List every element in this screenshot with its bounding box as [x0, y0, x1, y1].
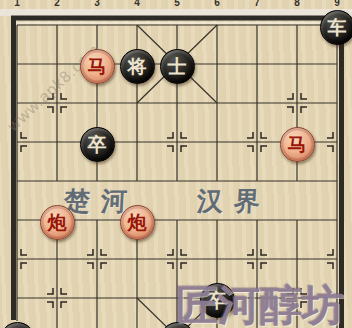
piece-black-partial-unknown[interactable]	[0, 322, 35, 328]
board-intersection[interactable]	[77, 162, 117, 201]
watermark-brand: 匠河醇坊	[176, 285, 344, 327]
piece-black-advisor[interactable]: 士	[160, 49, 195, 84]
board-intersection[interactable]	[197, 84, 237, 123]
piece-red-cannon[interactable]: 炮	[40, 205, 75, 240]
board-intersection[interactable]	[77, 201, 117, 240]
board-intersection[interactable]	[277, 162, 317, 201]
xiangqi-board: 123456789 楚河 汉界 www.apk8.com 车马将士卒马炮炮卒 匠…	[0, 0, 352, 328]
board-intersection[interactable]	[77, 6, 117, 45]
board-intersection[interactable]	[0, 6, 37, 45]
board-intersection[interactable]	[117, 240, 157, 279]
board-intersection[interactable]	[0, 240, 37, 279]
board-intersection[interactable]	[0, 201, 37, 240]
board-intersection[interactable]	[0, 84, 37, 123]
board-intersection[interactable]	[237, 84, 277, 123]
board-intersection[interactable]	[237, 123, 277, 162]
board-intersection[interactable]	[277, 45, 317, 84]
board-intersection[interactable]: 炮	[117, 201, 157, 240]
piece-red-horse[interactable]: 马	[280, 127, 315, 162]
board-intersection[interactable]	[197, 123, 237, 162]
board-intersection[interactable]	[117, 318, 157, 328]
board-intersection[interactable]	[0, 318, 37, 328]
board-intersection[interactable]	[317, 240, 352, 279]
board-intersection[interactable]	[77, 84, 117, 123]
board-intersection[interactable]	[317, 84, 352, 123]
board-intersection[interactable]	[277, 6, 317, 45]
board-intersection[interactable]	[197, 6, 237, 45]
board-intersection[interactable]	[117, 279, 157, 318]
board-intersection[interactable]	[197, 201, 237, 240]
board-intersection[interactable]	[197, 162, 237, 201]
board-intersection[interactable]	[237, 240, 277, 279]
piece-red-cannon[interactable]: 炮	[120, 205, 155, 240]
board-intersection[interactable]	[37, 123, 77, 162]
board-intersection[interactable]	[237, 45, 277, 84]
board-intersection[interactable]	[157, 240, 197, 279]
board-intersection[interactable]	[157, 84, 197, 123]
board-intersection[interactable]	[37, 162, 77, 201]
board-intersection[interactable]	[0, 279, 37, 318]
board-cells: 车马将士卒马炮炮卒	[0, 6, 352, 328]
board-intersection[interactable]	[237, 6, 277, 45]
piece-black-soldier[interactable]: 卒	[80, 127, 115, 162]
piece-black-general[interactable]: 将	[120, 49, 155, 84]
board-intersection[interactable]	[77, 318, 117, 328]
board-intersection[interactable]: 将	[117, 45, 157, 84]
board-intersection[interactable]	[37, 240, 77, 279]
board-intersection[interactable]: 卒	[77, 123, 117, 162]
board-intersection[interactable]: 马	[77, 45, 117, 84]
board-intersection[interactable]	[237, 162, 277, 201]
board-intersection[interactable]	[37, 45, 77, 84]
board-intersection[interactable]	[197, 45, 237, 84]
board-intersection[interactable]	[117, 123, 157, 162]
board-intersection[interactable]	[117, 84, 157, 123]
board-intersection[interactable]: 马	[277, 123, 317, 162]
board-intersection[interactable]	[157, 123, 197, 162]
board-intersection[interactable]	[157, 162, 197, 201]
board-intersection[interactable]	[157, 6, 197, 45]
board-intersection[interactable]: 炮	[37, 201, 77, 240]
board-intersection[interactable]	[277, 201, 317, 240]
board-intersection[interactable]	[117, 162, 157, 201]
board-intersection[interactable]: 车	[317, 6, 352, 45]
board-intersection[interactable]	[77, 279, 117, 318]
board-intersection[interactable]	[0, 162, 37, 201]
board-intersection[interactable]	[197, 240, 237, 279]
board-intersection[interactable]	[277, 84, 317, 123]
piece-black-chariot[interactable]: 车	[320, 10, 352, 45]
board-intersection[interactable]	[117, 6, 157, 45]
board-intersection[interactable]	[37, 84, 77, 123]
board-intersection[interactable]	[317, 45, 352, 84]
board-intersection[interactable]	[0, 45, 37, 84]
board-intersection[interactable]	[77, 240, 117, 279]
board-intersection[interactable]	[317, 201, 352, 240]
board-intersection[interactable]: 士	[157, 45, 197, 84]
board-intersection[interactable]	[37, 318, 77, 328]
board-intersection[interactable]	[277, 240, 317, 279]
board-intersection[interactable]	[157, 201, 197, 240]
board-intersection[interactable]	[317, 123, 352, 162]
board-intersection[interactable]	[37, 6, 77, 45]
board-intersection[interactable]	[37, 279, 77, 318]
board-intersection[interactable]	[317, 162, 352, 201]
board-intersection[interactable]	[237, 201, 277, 240]
piece-red-horse[interactable]: 马	[80, 49, 115, 84]
board-intersection[interactable]	[0, 123, 37, 162]
